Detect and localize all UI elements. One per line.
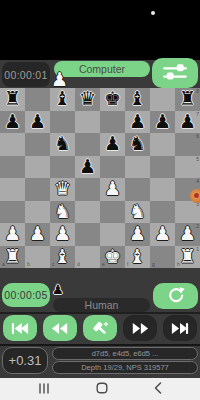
black-knight[interactable]: ♞ <box>54 133 71 156</box>
square-d3[interactable] <box>75 201 100 224</box>
square-f2[interactable]: ♟ <box>125 223 150 246</box>
square-e5[interactable] <box>100 156 125 179</box>
skip-end-icon <box>171 322 189 335</box>
black-pawn[interactable]: ♟ <box>4 111 21 134</box>
square-d1[interactable]: d <box>75 246 100 269</box>
square-c7[interactable] <box>50 111 75 134</box>
computer-player-label: Computer <box>54 61 150 77</box>
status-bar <box>0 0 200 60</box>
white-pawn[interactable]: ♟ <box>104 178 121 201</box>
notification-dot-icon <box>151 11 155 15</box>
square-d5[interactable]: ♟ <box>75 156 100 179</box>
square-g7[interactable]: ♟ <box>150 111 175 134</box>
black-pawn[interactable]: ♟ <box>29 111 46 134</box>
square-c1[interactable]: ♝c <box>50 246 75 269</box>
rank-label-2: 2 <box>196 224 199 229</box>
rank-label-1: 1 <box>196 247 199 252</box>
engine-depth-stats: Depth 19/29, NPS 319577 <box>52 361 198 374</box>
white-rook[interactable]: ♜ <box>4 246 21 269</box>
square-g3[interactable] <box>150 201 175 224</box>
black-pawn[interactable]: ♟ <box>179 111 196 134</box>
back-icon <box>154 382 162 397</box>
separator <box>0 312 200 314</box>
rank-label-4: 4 <box>196 179 199 184</box>
square-h8[interactable]: ♜8 <box>175 88 200 111</box>
file-label-h: h <box>177 262 180 267</box>
chess-app-screen: 00:00:01 Computer ♟ ♜♝♛♚♝♜8♟♟♟♟♟7♞♟♞6♟5♛… <box>0 0 200 400</box>
square-e6[interactable]: ♟ <box>100 133 125 156</box>
black-queen[interactable]: ♛ <box>79 88 96 111</box>
square-e1[interactable]: ♚e <box>100 246 125 269</box>
square-a3[interactable] <box>0 201 25 224</box>
rewind-button[interactable] <box>43 315 77 341</box>
captured-black-pawn-icon: ♟ <box>52 282 64 298</box>
square-e8[interactable]: ♚ <box>100 88 125 111</box>
playback-controls <box>0 315 200 341</box>
file-label-f: f <box>127 262 128 267</box>
square-b4[interactable] <box>25 178 50 201</box>
white-bishop[interactable]: ♝ <box>54 246 71 269</box>
file-label-d: d <box>77 262 80 267</box>
file-label-e: e <box>102 262 105 267</box>
white-knight[interactable]: ♞ <box>129 201 146 224</box>
white-pawn[interactable]: ♟ <box>29 223 46 246</box>
square-g6[interactable] <box>150 133 175 156</box>
black-pawn[interactable]: ♟ <box>104 133 121 156</box>
square-e3[interactable] <box>100 201 125 224</box>
square-g8[interactable] <box>150 88 175 111</box>
square-c4[interactable]: ♛ <box>50 178 75 201</box>
back-button[interactable] <box>154 378 162 400</box>
square-b6[interactable] <box>25 133 50 156</box>
black-bishop[interactable]: ♝ <box>54 88 71 111</box>
square-b3[interactable] <box>25 201 50 224</box>
white-king[interactable]: ♚ <box>104 246 121 269</box>
white-bishop[interactable]: ♝ <box>129 246 146 269</box>
rank-label-8: 8 <box>196 89 199 94</box>
square-b5[interactable] <box>25 156 50 179</box>
white-pawn[interactable]: ♟ <box>54 223 71 246</box>
square-d8[interactable]: ♛ <box>75 88 100 111</box>
forward-button[interactable] <box>123 315 157 341</box>
chess-board[interactable]: ♜♝♛♚♝♜8♟♟♟♟♟7♞♟♞6♟5♛♟4♞♞3♟♟♟♟♟♟2♜ab♝cd♚e… <box>0 88 200 268</box>
skip-start-button[interactable] <box>3 315 37 341</box>
square-h3[interactable]: 3 <box>175 201 200 224</box>
square-h6[interactable]: 6 <box>175 133 200 156</box>
hammer-icon <box>91 321 109 336</box>
white-queen[interactable]: ♛ <box>54 178 71 201</box>
square-a7[interactable]: ♟ <box>0 111 25 134</box>
square-f3[interactable]: ♞ <box>125 201 150 224</box>
square-b1[interactable]: b <box>25 246 50 269</box>
square-g5[interactable] <box>150 156 175 179</box>
square-e4[interactable]: ♟ <box>100 178 125 201</box>
separator <box>0 344 200 346</box>
engine-eval: +0.31 <box>2 347 48 374</box>
black-pawn[interactable]: ♟ <box>79 156 96 179</box>
file-label-b: b <box>27 262 30 267</box>
black-king[interactable]: ♚ <box>104 88 121 111</box>
square-a1[interactable]: ♜a <box>0 246 25 269</box>
square-f5[interactable] <box>125 156 150 179</box>
white-pawn[interactable]: ♟ <box>129 223 146 246</box>
rank-label-6: 6 <box>196 134 199 139</box>
rewind-icon <box>51 322 69 335</box>
square-h5[interactable]: 5 <box>175 156 200 179</box>
square-b7[interactable]: ♟ <box>25 111 50 134</box>
hint-button[interactable] <box>83 315 117 341</box>
skip-end-button[interactable] <box>163 315 197 341</box>
sliders-icon <box>159 61 191 86</box>
square-f7[interactable]: ♟ <box>125 111 150 134</box>
square-f1[interactable]: ♝f <box>125 246 150 269</box>
square-a6[interactable] <box>0 133 25 156</box>
square-d4[interactable] <box>75 178 100 201</box>
android-nav-bar <box>0 378 200 400</box>
square-d7[interactable] <box>75 111 100 134</box>
refresh-button[interactable] <box>153 283 198 309</box>
human-player-label: Human <box>53 298 150 312</box>
square-c5[interactable] <box>50 156 75 179</box>
square-g1[interactable]: g <box>150 246 175 269</box>
square-d2[interactable] <box>75 223 100 246</box>
rank-label-7: 7 <box>196 112 199 117</box>
square-g4[interactable] <box>150 178 175 201</box>
white-pawn[interactable]: ♟ <box>179 223 196 246</box>
square-f8[interactable]: ♝ <box>125 88 150 111</box>
square-c6[interactable]: ♞ <box>50 133 75 156</box>
white-rook[interactable]: ♜ <box>179 246 196 269</box>
black-rook[interactable]: ♜ <box>179 88 196 111</box>
file-label-g: g <box>152 262 155 267</box>
square-h1[interactable]: ♜h1 <box>175 246 200 269</box>
square-b8[interactable] <box>25 88 50 111</box>
file-label-c: c <box>52 262 55 267</box>
square-c3[interactable]: ♞ <box>50 201 75 224</box>
human-clock: 00:00:05 <box>2 283 50 307</box>
orange-marker-icon[interactable] <box>190 189 200 203</box>
settings-button[interactable] <box>152 58 198 88</box>
white-knight[interactable]: ♞ <box>54 201 71 224</box>
recents-icon <box>38 382 50 397</box>
square-a8[interactable]: ♜ <box>0 88 25 111</box>
square-a2[interactable]: ♟ <box>0 223 25 246</box>
home-icon <box>96 382 108 397</box>
square-h2[interactable]: ♟2 <box>175 223 200 246</box>
black-rook[interactable]: ♜ <box>4 88 21 111</box>
square-b2[interactable]: ♟ <box>25 223 50 246</box>
square-d6[interactable] <box>75 133 100 156</box>
black-bishop[interactable]: ♝ <box>129 88 146 111</box>
white-pawn[interactable]: ♟ <box>4 223 21 246</box>
square-e2[interactable] <box>100 223 125 246</box>
square-g2[interactable]: ♟ <box>150 223 175 246</box>
white-pawn[interactable]: ♟ <box>154 223 171 246</box>
square-h7[interactable]: ♟7 <box>175 111 200 134</box>
black-pawn[interactable]: ♟ <box>129 111 146 134</box>
square-c2[interactable]: ♟ <box>50 223 75 246</box>
square-c8[interactable]: ♝ <box>50 88 75 111</box>
square-f6[interactable]: ♞ <box>125 133 150 156</box>
home-button[interactable] <box>96 378 108 400</box>
recents-button[interactable] <box>38 378 50 400</box>
black-knight[interactable]: ♞ <box>129 133 146 156</box>
file-label-a: a <box>2 262 5 267</box>
square-a5[interactable] <box>0 156 25 179</box>
square-e7[interactable] <box>100 111 125 134</box>
square-a4[interactable] <box>0 178 25 201</box>
computer-clock: 00:00:01 <box>2 62 50 87</box>
forward-icon <box>131 322 149 335</box>
rank-label-5: 5 <box>196 157 199 162</box>
skip-start-icon <box>11 322 29 335</box>
square-f4[interactable] <box>125 178 150 201</box>
refresh-icon <box>166 285 186 308</box>
engine-pv-line: d7d5, e4d5, e6d5 ... <box>52 347 198 360</box>
black-pawn[interactable]: ♟ <box>154 111 171 134</box>
